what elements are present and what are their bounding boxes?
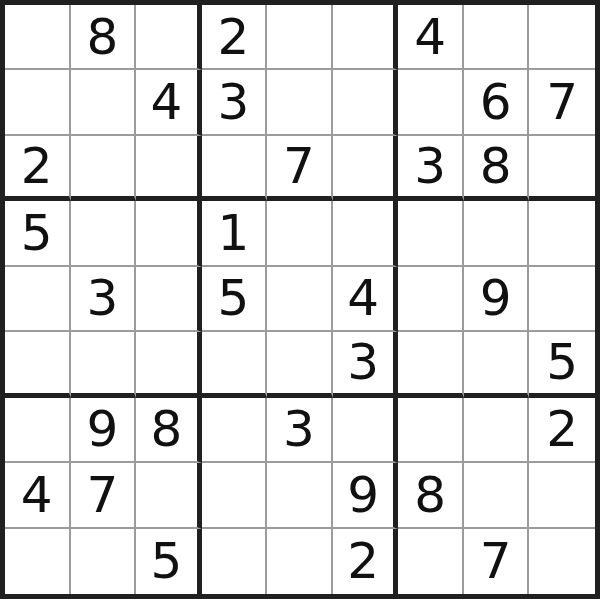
given-digit: 2 — [218, 12, 250, 62]
cell-r5c5[interactable] — [267, 267, 333, 332]
cell-r2c3[interactable]: 4 — [136, 70, 202, 135]
cell-r3c7[interactable]: 3 — [398, 136, 464, 201]
cell-r1c7[interactable]: 4 — [398, 5, 464, 70]
cell-r3c6[interactable] — [333, 136, 399, 201]
cell-r9c6[interactable]: 2 — [333, 529, 399, 594]
cell-r4c1[interactable]: 5 — [5, 201, 71, 266]
sudoku-board: 824436727385135493598324798527 — [0, 0, 600, 599]
given-digit: 3 — [414, 141, 446, 191]
given-digit: 5 — [546, 337, 578, 387]
given-digit: 7 — [283, 141, 315, 191]
cell-r6c5[interactable] — [267, 332, 333, 397]
given-digit: 5 — [150, 536, 182, 586]
cell-r3c2[interactable] — [71, 136, 137, 201]
given-digit: 1 — [218, 208, 250, 258]
given-digit: 3 — [86, 273, 118, 323]
cell-r2c7[interactable] — [398, 70, 464, 135]
given-digit: 4 — [347, 273, 379, 323]
cell-r4c2[interactable] — [71, 201, 137, 266]
cell-r7c9[interactable]: 2 — [529, 398, 595, 463]
cell-r2c9[interactable]: 7 — [529, 70, 595, 135]
cell-r1c2[interactable]: 8 — [71, 5, 137, 70]
cell-r1c9[interactable] — [529, 5, 595, 70]
given-digit: 8 — [414, 470, 446, 520]
given-digit: 3 — [218, 77, 250, 127]
cell-r2c8[interactable]: 6 — [464, 70, 530, 135]
given-digit: 7 — [86, 470, 118, 520]
cell-r4c6[interactable] — [333, 201, 399, 266]
cell-r8c6[interactable]: 9 — [333, 463, 399, 528]
cell-r1c3[interactable] — [136, 5, 202, 70]
cell-r6c1[interactable] — [5, 332, 71, 397]
cell-r6c7[interactable] — [398, 332, 464, 397]
cell-r8c8[interactable] — [464, 463, 530, 528]
given-digit: 3 — [347, 337, 379, 387]
cell-r2c5[interactable] — [267, 70, 333, 135]
cell-r5c7[interactable] — [398, 267, 464, 332]
cell-r9c2[interactable] — [71, 529, 137, 594]
cell-r6c2[interactable] — [71, 332, 137, 397]
cell-r7c6[interactable] — [333, 398, 399, 463]
cell-r4c8[interactable] — [464, 201, 530, 266]
cell-r8c3[interactable] — [136, 463, 202, 528]
given-digit: 9 — [480, 273, 512, 323]
cell-r3c5[interactable]: 7 — [267, 136, 333, 201]
cell-r4c7[interactable] — [398, 201, 464, 266]
cell-r5c9[interactable] — [529, 267, 595, 332]
cell-r3c1[interactable]: 2 — [5, 136, 71, 201]
cell-r6c3[interactable] — [136, 332, 202, 397]
given-digit: 2 — [21, 141, 53, 191]
cell-r2c6[interactable] — [333, 70, 399, 135]
cell-r7c5[interactable]: 3 — [267, 398, 333, 463]
given-digit: 4 — [150, 77, 182, 127]
cell-r3c8[interactable]: 8 — [464, 136, 530, 201]
given-digit: 6 — [480, 77, 512, 127]
cell-r1c6[interactable] — [333, 5, 399, 70]
cell-r2c1[interactable] — [5, 70, 71, 135]
cell-r1c1[interactable] — [5, 5, 71, 70]
cell-r9c1[interactable] — [5, 529, 71, 594]
cell-r7c4[interactable] — [202, 398, 268, 463]
cell-r5c2[interactable]: 3 — [71, 267, 137, 332]
cell-r4c9[interactable] — [529, 201, 595, 266]
cell-r9c8[interactable]: 7 — [464, 529, 530, 594]
cell-r9c9[interactable] — [529, 529, 595, 594]
given-digit: 2 — [347, 536, 379, 586]
cell-r4c4[interactable]: 1 — [202, 201, 268, 266]
cell-r7c3[interactable]: 8 — [136, 398, 202, 463]
given-digit: 7 — [546, 77, 578, 127]
cell-r3c9[interactable] — [529, 136, 595, 201]
given-digit: 9 — [86, 404, 118, 454]
cell-r9c5[interactable] — [267, 529, 333, 594]
cell-r9c3[interactable]: 5 — [136, 529, 202, 594]
given-digit: 3 — [283, 404, 315, 454]
cell-r3c4[interactable] — [202, 136, 268, 201]
cell-r8c4[interactable] — [202, 463, 268, 528]
cell-r4c5[interactable] — [267, 201, 333, 266]
cell-r7c1[interactable] — [5, 398, 71, 463]
given-digit: 9 — [347, 470, 379, 520]
given-digit: 4 — [414, 12, 446, 62]
cell-r1c5[interactable] — [267, 5, 333, 70]
given-digit: 5 — [218, 273, 250, 323]
cell-r1c8[interactable] — [464, 5, 530, 70]
cell-r6c8[interactable] — [464, 332, 530, 397]
given-digit: 8 — [480, 141, 512, 191]
cell-r8c5[interactable] — [267, 463, 333, 528]
cell-r5c3[interactable] — [136, 267, 202, 332]
cell-r8c1[interactable]: 4 — [5, 463, 71, 528]
cell-r3c3[interactable] — [136, 136, 202, 201]
cell-r2c2[interactable] — [71, 70, 137, 135]
cell-r2c4[interactable]: 3 — [202, 70, 268, 135]
cell-r7c7[interactable] — [398, 398, 464, 463]
given-digit: 2 — [546, 404, 578, 454]
cell-r9c7[interactable] — [398, 529, 464, 594]
cell-r7c2[interactable]: 9 — [71, 398, 137, 463]
cell-r8c2[interactable]: 7 — [71, 463, 137, 528]
cell-r5c1[interactable] — [5, 267, 71, 332]
given-digit: 8 — [86, 12, 118, 62]
cell-r9c4[interactable] — [202, 529, 268, 594]
cell-r5c4[interactable]: 5 — [202, 267, 268, 332]
given-digit: 5 — [21, 208, 53, 258]
cell-r1c4[interactable]: 2 — [202, 5, 268, 70]
cell-r8c9[interactable] — [529, 463, 595, 528]
cell-r5c6[interactable]: 4 — [333, 267, 399, 332]
cell-r6c9[interactable]: 5 — [529, 332, 595, 397]
cell-r6c4[interactable] — [202, 332, 268, 397]
given-digit: 7 — [480, 536, 512, 586]
given-digit: 4 — [21, 470, 53, 520]
cell-r4c3[interactable] — [136, 201, 202, 266]
cell-r5c8[interactable]: 9 — [464, 267, 530, 332]
given-digit: 8 — [150, 404, 182, 454]
cell-r8c7[interactable]: 8 — [398, 463, 464, 528]
cell-r7c8[interactable] — [464, 398, 530, 463]
cell-r6c6[interactable]: 3 — [333, 332, 399, 397]
